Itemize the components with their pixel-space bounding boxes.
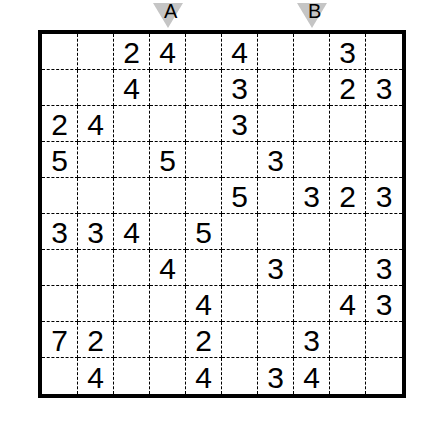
grid-cell-r7c7-clue: 3: [258, 250, 294, 286]
grid-cell-r2c3-clue: 4: [114, 70, 150, 106]
grid-cell-r3c8[interactable]: [294, 106, 330, 142]
grid-cell-r3c4[interactable]: [150, 106, 186, 142]
grid-cell-r9c4[interactable]: [150, 322, 186, 358]
grid-cell-r3c7[interactable]: [258, 106, 294, 142]
grid-cell-r2c9-clue: 2: [330, 70, 366, 106]
grid-cell-r1c4-clue: 4: [150, 34, 186, 70]
grid-cell-r1c7[interactable]: [258, 34, 294, 70]
grid-cell-r3c2-clue: 4: [78, 106, 114, 142]
grid-cell-r5c6-clue: 5: [222, 178, 258, 214]
grid-cell-r9c10[interactable]: [366, 322, 402, 358]
grid-cell-r10c3[interactable]: [114, 358, 150, 394]
grid-cell-r8c8[interactable]: [294, 286, 330, 322]
grid-cell-r7c5[interactable]: [186, 250, 222, 286]
grid-cell-r6c9[interactable]: [330, 214, 366, 250]
grid-cell-r10c4[interactable]: [150, 358, 186, 394]
puzzle-grid: 244343232435535323334543344372234434: [42, 34, 402, 394]
grid-cell-r8c3[interactable]: [114, 286, 150, 322]
grid-cell-r10c9[interactable]: [330, 358, 366, 394]
grid-cell-r3c1-clue: 2: [42, 106, 78, 142]
grid-cell-r5c5[interactable]: [186, 178, 222, 214]
grid-cell-r4c8[interactable]: [294, 142, 330, 178]
grid-cell-r4c1-clue: 5: [42, 142, 78, 178]
grid-cell-r6c4[interactable]: [150, 214, 186, 250]
grid-cell-r7c8[interactable]: [294, 250, 330, 286]
grid-cell-r8c7[interactable]: [258, 286, 294, 322]
grid-cell-r10c6[interactable]: [222, 358, 258, 394]
grid-cell-r9c8-clue: 3: [294, 322, 330, 358]
grid-cell-r3c5[interactable]: [186, 106, 222, 142]
grid-cell-r9c9[interactable]: [330, 322, 366, 358]
grid-cell-r2c5[interactable]: [186, 70, 222, 106]
grid-cell-r4c2[interactable]: [78, 142, 114, 178]
grid-cell-r1c8[interactable]: [294, 34, 330, 70]
grid-cell-r4c9[interactable]: [330, 142, 366, 178]
marker-label-a: A: [164, 1, 177, 21]
grid-cell-r4c10[interactable]: [366, 142, 402, 178]
grid-cell-r2c1[interactable]: [42, 70, 78, 106]
grid-cell-r8c10-clue: 3: [366, 286, 402, 322]
grid-cell-r10c1[interactable]: [42, 358, 78, 394]
grid-cell-r3c10[interactable]: [366, 106, 402, 142]
grid-cell-r3c9[interactable]: [330, 106, 366, 142]
grid-cell-r9c6[interactable]: [222, 322, 258, 358]
grid-cell-r9c7[interactable]: [258, 322, 294, 358]
answer-marker-b: B: [297, 3, 327, 28]
grid-cell-r7c6[interactable]: [222, 250, 258, 286]
grid-cell-r5c7[interactable]: [258, 178, 294, 214]
grid-cell-r1c1[interactable]: [42, 34, 78, 70]
grid-cell-r7c2[interactable]: [78, 250, 114, 286]
grid-cell-r2c8[interactable]: [294, 70, 330, 106]
grid-cell-r7c3[interactable]: [114, 250, 150, 286]
grid-cell-r6c2-clue: 3: [78, 214, 114, 250]
puzzle-board: 244343232435535323334543344372234434: [38, 30, 406, 398]
grid-cell-r3c6-clue: 3: [222, 106, 258, 142]
grid-cell-r2c4[interactable]: [150, 70, 186, 106]
grid-cell-r3c3[interactable]: [114, 106, 150, 142]
grid-cell-r2c7[interactable]: [258, 70, 294, 106]
grid-cell-r6c3-clue: 4: [114, 214, 150, 250]
grid-cell-r6c1-clue: 3: [42, 214, 78, 250]
grid-cell-r6c10[interactable]: [366, 214, 402, 250]
grid-cell-r5c9-clue: 2: [330, 178, 366, 214]
grid-cell-r2c10-clue: 3: [366, 70, 402, 106]
grid-cell-r5c8-clue: 3: [294, 178, 330, 214]
grid-cell-r1c6-clue: 4: [222, 34, 258, 70]
grid-cell-r7c9[interactable]: [330, 250, 366, 286]
grid-cell-r8c9-clue: 4: [330, 286, 366, 322]
grid-cell-r4c3[interactable]: [114, 142, 150, 178]
grid-cell-r10c7-clue: 3: [258, 358, 294, 394]
grid-cell-r8c6[interactable]: [222, 286, 258, 322]
grid-cell-r5c1[interactable]: [42, 178, 78, 214]
grid-cell-r7c1[interactable]: [42, 250, 78, 286]
grid-cell-r8c1[interactable]: [42, 286, 78, 322]
grid-cell-r10c10[interactable]: [366, 358, 402, 394]
grid-cell-r1c5[interactable]: [186, 34, 222, 70]
grid-cell-r10c5-clue: 4: [186, 358, 222, 394]
grid-cell-r9c5-clue: 2: [186, 322, 222, 358]
grid-cell-r6c8[interactable]: [294, 214, 330, 250]
grid-cell-r2c6-clue: 3: [222, 70, 258, 106]
grid-cell-r8c5-clue: 4: [186, 286, 222, 322]
grid-cell-r5c10-clue: 3: [366, 178, 402, 214]
grid-cell-r5c2[interactable]: [78, 178, 114, 214]
grid-cell-r10c2-clue: 4: [78, 358, 114, 394]
grid-cell-r7c10-clue: 3: [366, 250, 402, 286]
grid-cell-r4c5[interactable]: [186, 142, 222, 178]
grid-cell-r5c3[interactable]: [114, 178, 150, 214]
grid-cell-r8c4[interactable]: [150, 286, 186, 322]
grid-cell-r6c5-clue: 5: [186, 214, 222, 250]
grid-cell-r4c4-clue: 5: [150, 142, 186, 178]
grid-cell-r6c7[interactable]: [258, 214, 294, 250]
grid-cell-r4c6[interactable]: [222, 142, 258, 178]
grid-cell-r5c4[interactable]: [150, 178, 186, 214]
grid-cell-r1c9-clue: 3: [330, 34, 366, 70]
grid-cell-r10c8-clue: 4: [294, 358, 330, 394]
grid-cell-r1c3-clue: 2: [114, 34, 150, 70]
marker-label-b: B: [308, 1, 321, 21]
grid-cell-r7c4-clue: 4: [150, 250, 186, 286]
grid-cell-r6c6[interactable]: [222, 214, 258, 250]
grid-cell-r1c10[interactable]: [366, 34, 402, 70]
puzzle-canvas: A B 244343232435535323334543344372234434: [0, 0, 442, 434]
grid-cell-r9c3[interactable]: [114, 322, 150, 358]
grid-cell-r2c2[interactable]: [78, 70, 114, 106]
grid-cell-r4c7-clue: 3: [258, 142, 294, 178]
grid-cell-r9c2-clue: 2: [78, 322, 114, 358]
grid-cell-r9c1-clue: 7: [42, 322, 78, 358]
answer-marker-a: A: [153, 3, 183, 28]
grid-cell-r8c2[interactable]: [78, 286, 114, 322]
grid-cell-r1c2[interactable]: [78, 34, 114, 70]
